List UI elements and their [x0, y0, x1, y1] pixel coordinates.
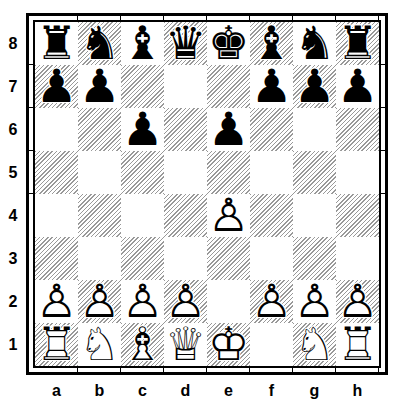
- square-a5[interactable]: [35, 151, 78, 194]
- square-c5[interactable]: [121, 151, 164, 194]
- piece-glyph: ♟: [78, 65, 121, 108]
- rank-label-1: 1: [0, 323, 26, 366]
- black-pawn[interactable]: ♟♟: [293, 65, 336, 108]
- file-label-d: d: [164, 380, 207, 402]
- square-f7[interactable]: ♟♟: [250, 65, 293, 108]
- piece-glyph: ♛: [164, 22, 207, 65]
- square-g5[interactable]: [293, 151, 336, 194]
- black-pawn[interactable]: ♟♟: [35, 65, 78, 108]
- white-pawn[interactable]: ♟♙: [207, 194, 250, 237]
- file-label-b: b: [78, 380, 121, 402]
- square-e8[interactable]: ♚♚: [207, 22, 250, 65]
- square-h4[interactable]: [336, 194, 379, 237]
- board-inner-frame: ♜♜♞♞♝♝♛♛♚♚♝♝♞♞♜♜♟♟♟♟♟♟♟♟♟♟♟♟♟♟♟♙♟♙♟♙♟♙♟♙…: [33, 20, 381, 368]
- square-a6[interactable]: [35, 108, 78, 151]
- square-a7[interactable]: ♟♟: [35, 65, 78, 108]
- black-bishop[interactable]: ♝♝: [121, 22, 164, 65]
- black-king[interactable]: ♚♚: [207, 22, 250, 65]
- square-g6[interactable]: [293, 108, 336, 151]
- file-label-a: a: [35, 380, 78, 402]
- piece-glyph: ♟: [35, 65, 78, 108]
- file-label-f: f: [250, 380, 293, 402]
- white-king[interactable]: ♚♔: [207, 323, 250, 366]
- rank-label-4: 4: [0, 194, 26, 237]
- square-e3[interactable]: [207, 237, 250, 280]
- board-frame: ♜♜♞♞♝♝♛♛♚♚♝♝♞♞♜♜♟♟♟♟♟♟♟♟♟♟♟♟♟♟♟♙♟♙♟♙♟♙♟♙…: [26, 13, 388, 375]
- black-pawn[interactable]: ♟♟: [250, 65, 293, 108]
- black-pawn[interactable]: ♟♟: [121, 108, 164, 151]
- white-rook[interactable]: ♜♖: [336, 323, 379, 366]
- piece-glyph: ♖: [336, 323, 379, 366]
- white-knight[interactable]: ♞♘: [78, 323, 121, 366]
- square-f1[interactable]: [250, 323, 293, 366]
- rank-label-6: 6: [0, 108, 26, 151]
- rank-label-7: 7: [0, 65, 26, 108]
- square-f5[interactable]: [250, 151, 293, 194]
- rank-label-2: 2: [0, 280, 26, 323]
- file-label-e: e: [207, 380, 250, 402]
- file-labels: abcdefgh: [35, 380, 379, 402]
- square-f4[interactable]: [250, 194, 293, 237]
- rank-label-5: 5: [0, 151, 26, 194]
- boundary-ticks-left: [29, 22, 33, 366]
- square-c8[interactable]: ♝♝: [121, 22, 164, 65]
- square-f6[interactable]: [250, 108, 293, 151]
- file-label-g: g: [293, 380, 336, 402]
- square-e4[interactable]: ♟♙: [207, 194, 250, 237]
- square-b5[interactable]: [78, 151, 121, 194]
- rank-label-3: 3: [0, 237, 26, 280]
- square-d5[interactable]: [164, 151, 207, 194]
- black-pawn[interactable]: ♟♟: [78, 65, 121, 108]
- piece-glyph: ♔: [207, 323, 250, 366]
- black-queen[interactable]: ♛♛: [164, 22, 207, 65]
- square-h6[interactable]: [336, 108, 379, 151]
- square-g4[interactable]: [293, 194, 336, 237]
- piece-glyph: ♟: [336, 65, 379, 108]
- square-d7[interactable]: [164, 65, 207, 108]
- piece-glyph: ♙: [250, 280, 293, 323]
- piece-glyph: ♟: [121, 108, 164, 151]
- board-gutter: ♜♜♞♞♝♝♛♛♚♚♝♝♞♞♜♜♟♟♟♟♟♟♟♟♟♟♟♟♟♟♟♙♟♙♟♙♟♙♟♙…: [29, 16, 385, 372]
- square-h5[interactable]: [336, 151, 379, 194]
- square-a1[interactable]: ♜♖: [35, 323, 78, 366]
- square-c4[interactable]: [121, 194, 164, 237]
- square-d4[interactable]: [164, 194, 207, 237]
- square-b7[interactable]: ♟♟: [78, 65, 121, 108]
- square-g7[interactable]: ♟♟: [293, 65, 336, 108]
- black-pawn[interactable]: ♟♟: [207, 108, 250, 151]
- piece-glyph: ♖: [35, 323, 78, 366]
- square-c6[interactable]: ♟♟: [121, 108, 164, 151]
- chess-diagram: 87654321 ♜♜♞♞♝♝♛♛♚♚♝♝♞♞♜♜♟♟♟♟♟♟♟♟♟♟♟♟♟♟♟…: [0, 0, 401, 404]
- piece-glyph: ♟: [250, 65, 293, 108]
- rank-labels: 87654321: [0, 22, 26, 366]
- piece-glyph: ♕: [164, 323, 207, 366]
- piece-glyph: ♗: [121, 323, 164, 366]
- square-d1[interactable]: ♛♕: [164, 323, 207, 366]
- piece-glyph: ♝: [121, 22, 164, 65]
- white-pawn[interactable]: ♟♙: [250, 280, 293, 323]
- white-queen[interactable]: ♛♕: [164, 323, 207, 366]
- square-g1[interactable]: ♞♘: [293, 323, 336, 366]
- square-f2[interactable]: ♟♙: [250, 280, 293, 323]
- chess-board: ♜♜♞♞♝♝♛♛♚♚♝♝♞♞♜♜♟♟♟♟♟♟♟♟♟♟♟♟♟♟♟♙♟♙♟♙♟♙♟♙…: [35, 22, 379, 366]
- square-e6[interactable]: ♟♟: [207, 108, 250, 151]
- piece-glyph: ♟: [207, 108, 250, 151]
- piece-glyph: ♙: [207, 194, 250, 237]
- square-b6[interactable]: [78, 108, 121, 151]
- square-e1[interactable]: ♚♔: [207, 323, 250, 366]
- piece-glyph: ♘: [78, 323, 121, 366]
- square-c1[interactable]: ♝♗: [121, 323, 164, 366]
- file-label-h: h: [336, 380, 379, 402]
- square-b1[interactable]: ♞♘: [78, 323, 121, 366]
- piece-glyph: ♚: [207, 22, 250, 65]
- file-label-c: c: [121, 380, 164, 402]
- black-pawn[interactable]: ♟♟: [336, 65, 379, 108]
- square-b4[interactable]: [78, 194, 121, 237]
- square-h7[interactable]: ♟♟: [336, 65, 379, 108]
- white-knight[interactable]: ♞♘: [293, 323, 336, 366]
- white-bishop[interactable]: ♝♗: [121, 323, 164, 366]
- square-d6[interactable]: [164, 108, 207, 151]
- piece-glyph: ♘: [293, 323, 336, 366]
- piece-glyph: ♟: [293, 65, 336, 108]
- square-a4[interactable]: [35, 194, 78, 237]
- rank-label-8: 8: [0, 22, 26, 65]
- square-d8[interactable]: ♛♛: [164, 22, 207, 65]
- boundary-ticks-right: [381, 22, 385, 366]
- white-rook[interactable]: ♜♖: [35, 323, 78, 366]
- square-h1[interactable]: ♜♖: [336, 323, 379, 366]
